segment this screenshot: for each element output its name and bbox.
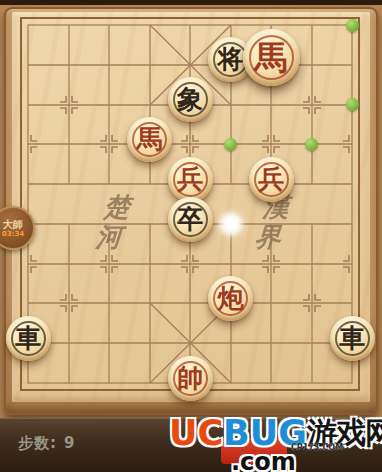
move-hint-dot[interactable] <box>224 138 237 151</box>
piece-ring <box>249 35 294 80</box>
piece-red-general[interactable]: 帥 <box>168 356 213 401</box>
piece-red-horse[interactable]: 馬 <box>127 117 172 162</box>
piece-ring <box>132 122 167 157</box>
piece-red-horse-selected[interactable]: 馬 <box>243 29 300 86</box>
badge-subtitle: 03:34 <box>2 230 24 238</box>
piece-black-soldier[interactable]: 卒 <box>168 197 213 242</box>
xiangqi-board[interactable]: 楚河 漢界 将馬象馬兵兵卒炮車車帥 <box>12 12 370 402</box>
piece-ring <box>173 202 208 237</box>
piece-red-soldier-left[interactable]: 兵 <box>168 157 213 202</box>
piece-black-chariot-right[interactable]: 車 <box>330 316 375 361</box>
move-hint-dot[interactable] <box>346 19 359 32</box>
piece-red-soldier-right[interactable]: 兵 <box>249 157 294 202</box>
badge-title: 大師 <box>3 219 23 230</box>
piece-layer: 将馬象馬兵兵卒炮車車帥 <box>8 5 373 403</box>
piece-red-cannon[interactable]: 炮 <box>208 276 253 321</box>
piece-ring <box>213 281 248 316</box>
watermark-title: UC BUG 游戏网 <box>169 416 382 451</box>
piece-black-chariot-left[interactable]: 車 <box>6 316 51 361</box>
move-hint-dot[interactable] <box>305 138 318 151</box>
watermark-uc: UC <box>169 416 223 451</box>
watermark-small-domain: CP173.COM <box>291 443 343 452</box>
move-hint-dot[interactable] <box>346 98 359 111</box>
piece-ring <box>11 321 46 356</box>
piece-ring <box>254 162 289 197</box>
watermark-dot-com: .com <box>231 448 296 472</box>
steps-value: 9 <box>64 434 75 453</box>
xiangqi-app: 楚河 漢界 将馬象馬兵兵卒炮車車帥 大師 03:34 步数: 9 UC BUG … <box>0 0 382 472</box>
step-counter: 步数: 9 <box>18 434 75 453</box>
piece-ring <box>335 321 370 356</box>
piece-ring <box>173 162 208 197</box>
piece-ring <box>173 361 208 396</box>
piece-ring <box>173 82 208 117</box>
piece-black-elephant[interactable]: 象 <box>168 77 213 122</box>
watermark: UC BUG 游戏网 CP173.COM .com <box>169 416 382 472</box>
steps-label: 步数: <box>18 434 57 453</box>
glow-marker <box>217 210 245 238</box>
